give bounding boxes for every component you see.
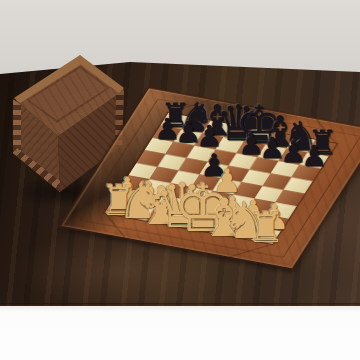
photo-bottom-white-strip (0, 306, 360, 360)
chess-set-photo: ♜♞♝♛♚♝♞♜♟♟♟♟♟♟♟♟♟♟♟♟♟♟♟♟♜♞♝♛♚♝♞♜ (0, 0, 360, 360)
chess-board (105, 113, 337, 244)
